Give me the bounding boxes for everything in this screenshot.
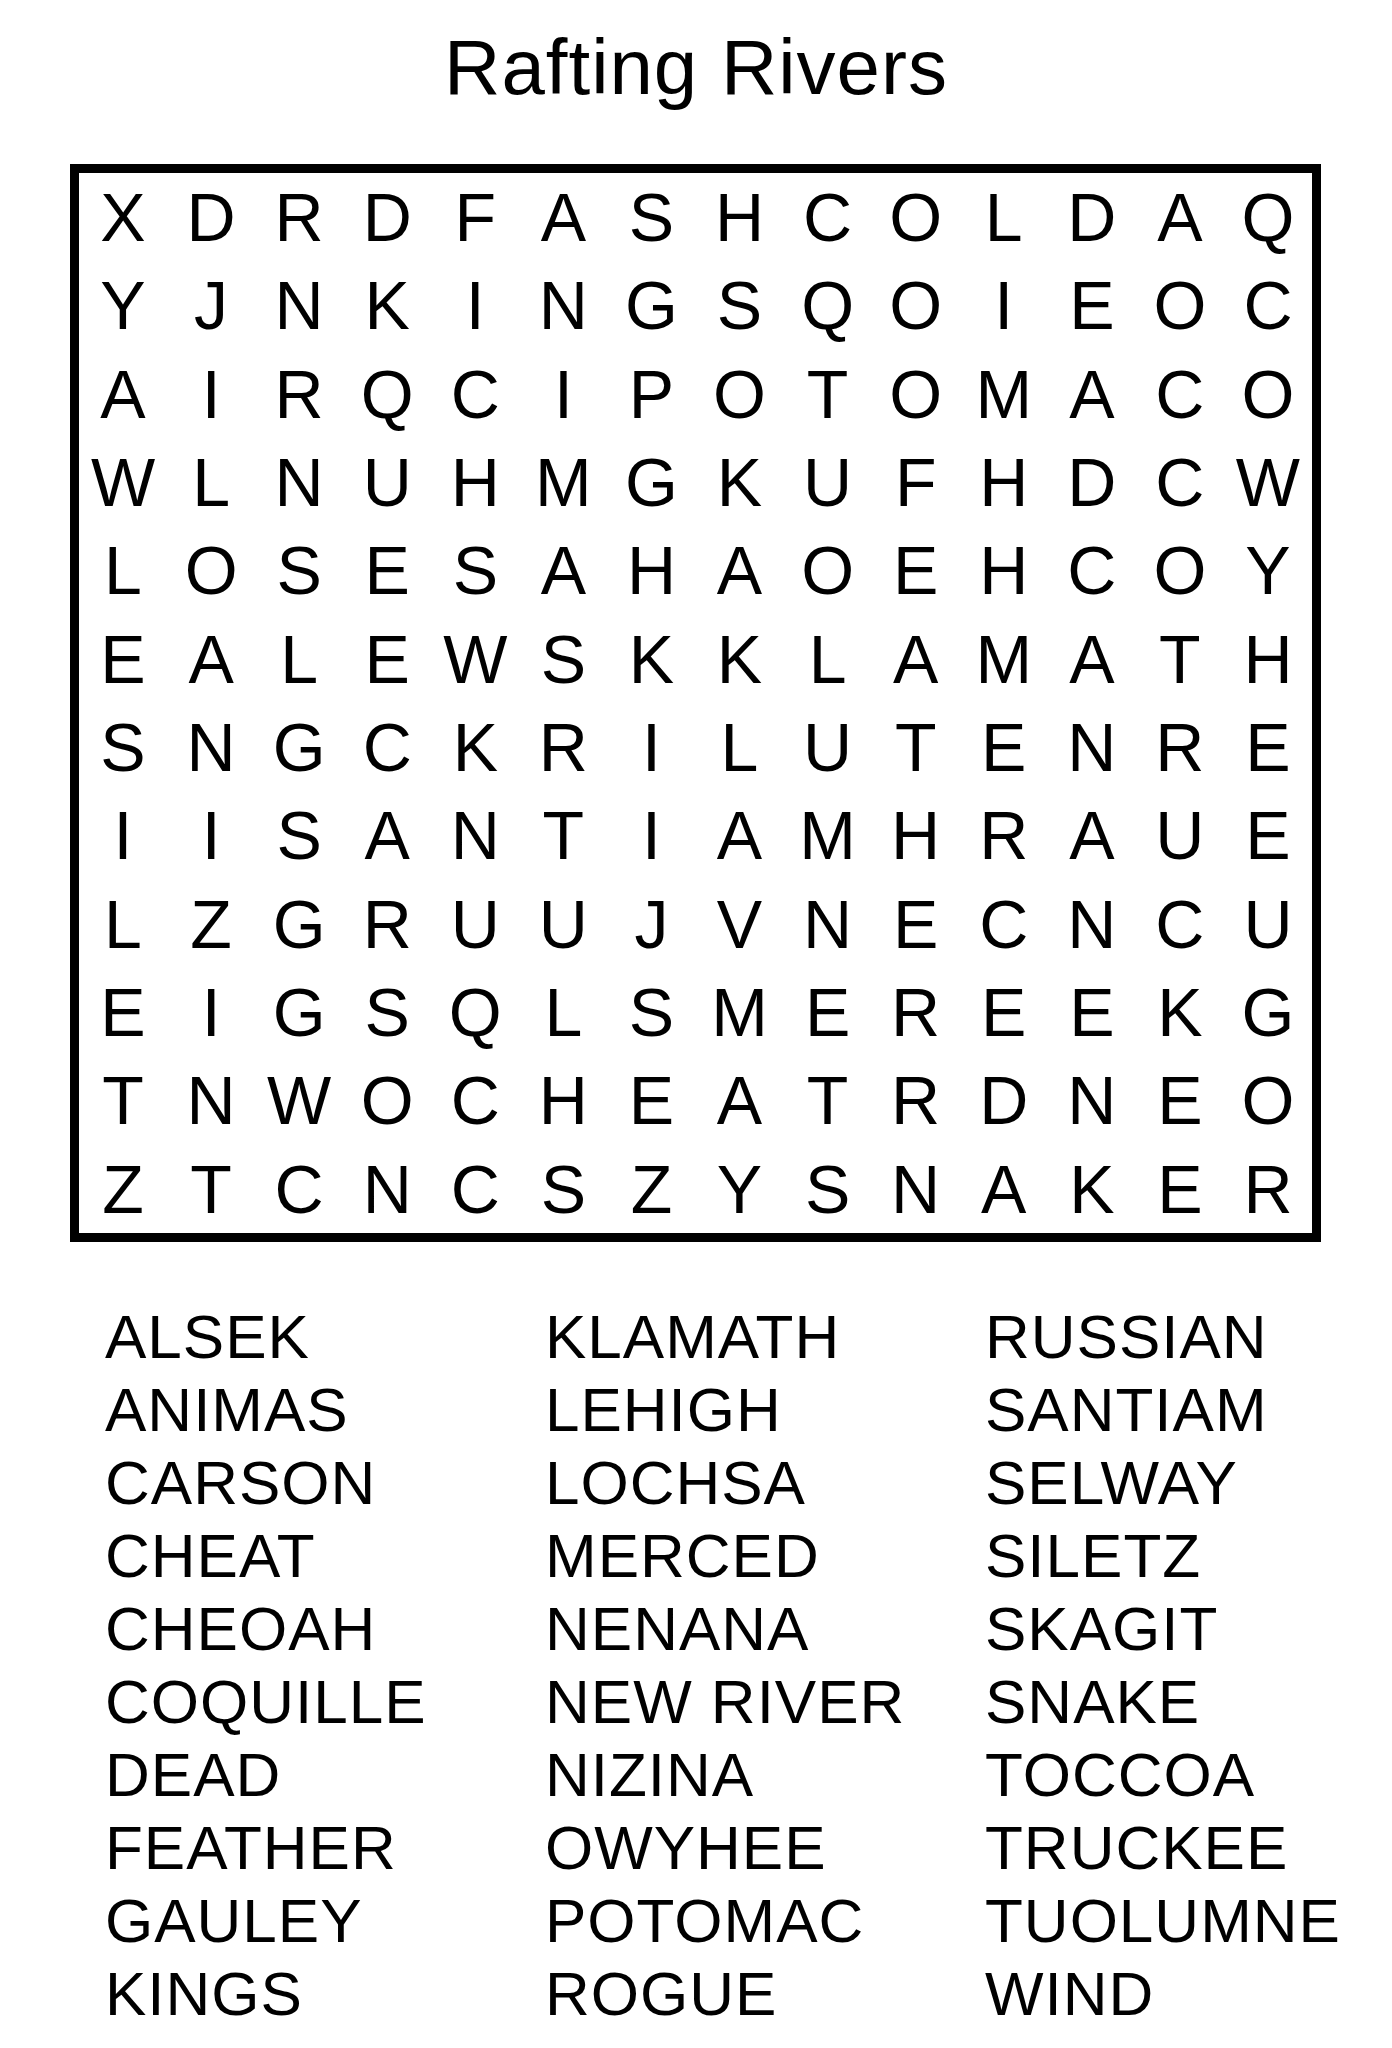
grid-cell-r9-c3[interactable]: G: [255, 880, 343, 968]
grid-cell-r10-c3[interactable]: G: [255, 968, 343, 1056]
grid-cell-r10-c4[interactable]: S: [343, 968, 431, 1056]
grid-cell-r9-c1[interactable]: L: [79, 880, 167, 968]
grid-cell-r12-c6[interactable]: S: [519, 1145, 607, 1233]
word-wind[interactable]: WIND: [985, 1957, 1392, 2030]
word-klamath[interactable]: KLAMATH: [545, 1300, 985, 1373]
grid-cell-r2-c7[interactable]: G: [607, 261, 695, 349]
grid-cell-r3-c8[interactable]: O: [695, 350, 783, 438]
grid-cell-r4-c1[interactable]: W: [79, 438, 167, 526]
word-dead[interactable]: DEAD: [105, 1738, 545, 1811]
grid-cell-r7-c3[interactable]: G: [255, 703, 343, 791]
grid-cell-r8-c5[interactable]: N: [431, 791, 519, 879]
word-list-column-2: KLAMATHLEHIGHLOCHSAMERCEDNENANANEW RIVER…: [545, 1300, 985, 2030]
grid-cell-r7-c11[interactable]: E: [960, 703, 1048, 791]
grid-cell-r4-c14[interactable]: W: [1224, 438, 1312, 526]
grid-cell-r1-c10[interactable]: O: [872, 173, 960, 261]
grid-cell-r5-c8[interactable]: A: [695, 526, 783, 614]
grid-cell-r11-c8[interactable]: A: [695, 1056, 783, 1144]
word-toccoa[interactable]: TOCCOA: [985, 1738, 1392, 1811]
grid-cell-r11-c14[interactable]: O: [1224, 1056, 1312, 1144]
grid-cell-r9-c6[interactable]: U: [519, 880, 607, 968]
word-skagit[interactable]: SKAGIT: [985, 1592, 1392, 1665]
grid-cell-r6-c11[interactable]: M: [960, 615, 1048, 703]
grid-cell-r5-c3[interactable]: S: [255, 526, 343, 614]
grid-cell-r12-c7[interactable]: Z: [607, 1145, 695, 1233]
grid-cell-r9-c11[interactable]: C: [960, 880, 1048, 968]
grid-cell-r4-c11[interactable]: H: [960, 438, 1048, 526]
grid-cell-r2-c12[interactable]: E: [1048, 261, 1136, 349]
grid-cell-r9-c12[interactable]: N: [1048, 880, 1136, 968]
grid-cell-r11-c2[interactable]: N: [167, 1056, 255, 1144]
puzzle-title: Rafting Rivers: [0, 22, 1392, 113]
grid-cell-r3-c5[interactable]: C: [431, 350, 519, 438]
grid-cell-r11-c1[interactable]: T: [79, 1056, 167, 1144]
grid-cell-r6-c10[interactable]: A: [872, 615, 960, 703]
grid-cell-r1-c11[interactable]: L: [960, 173, 1048, 261]
grid-cell-r9-c4[interactable]: R: [343, 880, 431, 968]
grid-cell-r6-c12[interactable]: A: [1048, 615, 1136, 703]
word-gauley[interactable]: GAULEY: [105, 1884, 545, 1957]
grid-cell-r2-c13[interactable]: O: [1136, 261, 1224, 349]
grid-cell-r1-c13[interactable]: A: [1136, 173, 1224, 261]
grid-cell-r1-c9[interactable]: C: [784, 173, 872, 261]
word-carson[interactable]: CARSON: [105, 1446, 545, 1519]
grid-cell-r10-c2[interactable]: I: [167, 968, 255, 1056]
grid-cell-r3-c13[interactable]: C: [1136, 350, 1224, 438]
grid-cell-r9-c13[interactable]: C: [1136, 880, 1224, 968]
word-cheoah[interactable]: CHEOAH: [105, 1592, 545, 1665]
grid-cell-r2-c11[interactable]: I: [960, 261, 1048, 349]
grid-cell-r3-c14[interactable]: O: [1224, 350, 1312, 438]
grid-cell-r11-c12[interactable]: N: [1048, 1056, 1136, 1144]
grid-cell-r12-c2[interactable]: T: [167, 1145, 255, 1233]
word-kings[interactable]: KINGS: [105, 1957, 545, 2030]
grid-cell-r11-c5[interactable]: C: [431, 1056, 519, 1144]
grid-cell-r6-c7[interactable]: K: [607, 615, 695, 703]
grid-cell-r4-c4[interactable]: U: [343, 438, 431, 526]
grid-cell-r7-c5[interactable]: K: [431, 703, 519, 791]
grid-cell-r7-c2[interactable]: N: [167, 703, 255, 791]
grid-cell-r5-c12[interactable]: C: [1048, 526, 1136, 614]
word-rogue[interactable]: ROGUE: [545, 1957, 985, 2030]
grid-cell-r6-c9[interactable]: L: [784, 615, 872, 703]
grid-cell-r3-c4[interactable]: Q: [343, 350, 431, 438]
grid-cell-r11-c10[interactable]: R: [872, 1056, 960, 1144]
grid-cell-r11-c9[interactable]: T: [784, 1056, 872, 1144]
grid-cell-r12-c14[interactable]: R: [1224, 1145, 1312, 1233]
grid-cell-r12-c3[interactable]: C: [255, 1145, 343, 1233]
grid-cell-r3-c9[interactable]: T: [784, 350, 872, 438]
grid-cell-r8-c1[interactable]: I: [79, 791, 167, 879]
grid-cell-r6-c1[interactable]: E: [79, 615, 167, 703]
grid-cell-r10-c13[interactable]: K: [1136, 968, 1224, 1056]
grid-cell-r4-c7[interactable]: G: [607, 438, 695, 526]
grid-cell-r5-c6[interactable]: A: [519, 526, 607, 614]
grid-cell-r6-c13[interactable]: T: [1136, 615, 1224, 703]
grid-cell-r12-c1[interactable]: Z: [79, 1145, 167, 1233]
word-selway[interactable]: SELWAY: [985, 1446, 1392, 1519]
word-siletz[interactable]: SILETZ: [985, 1519, 1392, 1592]
grid-cell-r2-c1[interactable]: Y: [79, 261, 167, 349]
grid-cell-r7-c8[interactable]: L: [695, 703, 783, 791]
grid-cell-r1-c8[interactable]: H: [695, 173, 783, 261]
grid-cell-r1-c12[interactable]: D: [1048, 173, 1136, 261]
grid-cell-r11-c13[interactable]: E: [1136, 1056, 1224, 1144]
grid-cell-r7-c7[interactable]: I: [607, 703, 695, 791]
word-lochsa[interactable]: LOCHSA: [545, 1446, 985, 1519]
grid-cell-r12-c9[interactable]: S: [784, 1145, 872, 1233]
grid-cell-r11-c6[interactable]: H: [519, 1056, 607, 1144]
grid-cell-r7-c1[interactable]: S: [79, 703, 167, 791]
grid-cell-r5-c4[interactable]: E: [343, 526, 431, 614]
grid-cell-r6-c8[interactable]: K: [695, 615, 783, 703]
grid-cell-r10-c10[interactable]: R: [872, 968, 960, 1056]
word-merced[interactable]: MERCED: [545, 1519, 985, 1592]
grid-cell-r12-c10[interactable]: N: [872, 1145, 960, 1233]
grid-cell-r8-c2[interactable]: I: [167, 791, 255, 879]
grid-cell-r2-c9[interactable]: Q: [784, 261, 872, 349]
word-list-column-1: ALSEKANIMASCARSONCHEATCHEOAHCOQUILLEDEAD…: [105, 1300, 545, 2030]
grid-cell-r2-c3[interactable]: N: [255, 261, 343, 349]
grid-cell-r11-c4[interactable]: O: [343, 1056, 431, 1144]
grid-cell-r3-c7[interactable]: P: [607, 350, 695, 438]
grid-cell-r12-c8[interactable]: Y: [695, 1145, 783, 1233]
grid-cell-r12-c12[interactable]: K: [1048, 1145, 1136, 1233]
grid-cell-r10-c8[interactable]: M: [695, 968, 783, 1056]
word-new-river[interactable]: NEW RIVER: [545, 1665, 985, 1738]
grid-cell-r4-c8[interactable]: K: [695, 438, 783, 526]
grid-cell-r11-c11[interactable]: D: [960, 1056, 1048, 1144]
word-russian[interactable]: RUSSIAN: [985, 1300, 1392, 1373]
grid-cell-r1-c6[interactable]: A: [519, 173, 607, 261]
grid-cell-r8-c11[interactable]: R: [960, 791, 1048, 879]
word-potomac[interactable]: POTOMAC: [545, 1884, 985, 1957]
grid-cell-r8-c13[interactable]: U: [1136, 791, 1224, 879]
word-truckee[interactable]: TRUCKEE: [985, 1811, 1392, 1884]
grid-cell-r8-c6[interactable]: T: [519, 791, 607, 879]
grid-cell-r2-c14[interactable]: C: [1224, 261, 1312, 349]
grid-cell-r2-c4[interactable]: K: [343, 261, 431, 349]
word-feather[interactable]: FEATHER: [105, 1811, 545, 1884]
grid-cell-r1-c3[interactable]: R: [255, 173, 343, 261]
word-cheat[interactable]: CHEAT: [105, 1519, 545, 1592]
word-list: ALSEKANIMASCARSONCHEATCHEOAHCOQUILLEDEAD…: [105, 1300, 1335, 2030]
grid-cell-r12-c5[interactable]: C: [431, 1145, 519, 1233]
grid-cell-r10-c12[interactable]: E: [1048, 968, 1136, 1056]
grid-cell-r6-c2[interactable]: A: [167, 615, 255, 703]
grid-cell-r6-c4[interactable]: E: [343, 615, 431, 703]
grid-cell-r4-c9[interactable]: U: [784, 438, 872, 526]
grid-cell-r5-c11[interactable]: H: [960, 526, 1048, 614]
grid-cell-r6-c3[interactable]: L: [255, 615, 343, 703]
grid-cell-r10-c7[interactable]: S: [607, 968, 695, 1056]
grid-cell-r8-c3[interactable]: S: [255, 791, 343, 879]
grid-cell-r3-c12[interactable]: A: [1048, 350, 1136, 438]
grid-cell-r7-c10[interactable]: T: [872, 703, 960, 791]
grid-cell-r4-c6[interactable]: M: [519, 438, 607, 526]
grid-cell-r7-c4[interactable]: C: [343, 703, 431, 791]
grid-cell-r4-c12[interactable]: D: [1048, 438, 1136, 526]
grid-cell-r2-c5[interactable]: I: [431, 261, 519, 349]
grid-cell-r8-c8[interactable]: A: [695, 791, 783, 879]
grid-cell-r2-c2[interactable]: J: [167, 261, 255, 349]
word-owyhee[interactable]: OWYHEE: [545, 1811, 985, 1884]
grid-cell-r10-c11[interactable]: E: [960, 968, 1048, 1056]
word-search-page: Rafting Rivers XDRDFASHCOLDAQYJNKINGSQOI…: [0, 0, 1392, 2048]
word-santiam[interactable]: SANTIAM: [985, 1373, 1392, 1446]
word-nizina[interactable]: NIZINA: [545, 1738, 985, 1811]
grid-cell-r1-c7[interactable]: S: [607, 173, 695, 261]
grid-cell-r5-c2[interactable]: O: [167, 526, 255, 614]
grid-cell-r5-c1[interactable]: L: [79, 526, 167, 614]
grid-cell-r9-c9[interactable]: N: [784, 880, 872, 968]
grid-cell-r7-c14[interactable]: E: [1224, 703, 1312, 791]
grid-cell-r7-c13[interactable]: R: [1136, 703, 1224, 791]
word-coquille[interactable]: COQUILLE: [105, 1665, 545, 1738]
grid-cell-r7-c6[interactable]: R: [519, 703, 607, 791]
word-alsek[interactable]: ALSEK: [105, 1300, 545, 1373]
grid-cell-r1-c2[interactable]: D: [167, 173, 255, 261]
grid-cell-r8-c7[interactable]: I: [607, 791, 695, 879]
grid-cell-r2-c6[interactable]: N: [519, 261, 607, 349]
word-search-grid-frame: XDRDFASHCOLDAQYJNKINGSQOIEOCAIRQCIPOTOMA…: [70, 164, 1321, 1242]
grid-cell-r10-c5[interactable]: Q: [431, 968, 519, 1056]
grid-cell-r4-c3[interactable]: N: [255, 438, 343, 526]
letter-grid: XDRDFASHCOLDAQYJNKINGSQOIEOCAIRQCIPOTOMA…: [79, 173, 1312, 1233]
word-snake[interactable]: SNAKE: [985, 1665, 1392, 1738]
grid-cell-r5-c9[interactable]: O: [784, 526, 872, 614]
grid-cell-r9-c10[interactable]: E: [872, 880, 960, 968]
grid-cell-r3-c3[interactable]: R: [255, 350, 343, 438]
word-nenana[interactable]: NENANA: [545, 1592, 985, 1665]
grid-cell-r8-c9[interactable]: M: [784, 791, 872, 879]
grid-cell-r1-c1[interactable]: X: [79, 173, 167, 261]
grid-cell-r9-c14[interactable]: U: [1224, 880, 1312, 968]
word-animas[interactable]: ANIMAS: [105, 1373, 545, 1446]
grid-cell-r5-c7[interactable]: H: [607, 526, 695, 614]
grid-cell-r8-c12[interactable]: A: [1048, 791, 1136, 879]
grid-cell-r3-c1[interactable]: A: [79, 350, 167, 438]
grid-cell-r9-c7[interactable]: J: [607, 880, 695, 968]
grid-cell-r12-c4[interactable]: N: [343, 1145, 431, 1233]
grid-cell-r6-c14[interactable]: H: [1224, 615, 1312, 703]
grid-cell-r3-c6[interactable]: I: [519, 350, 607, 438]
grid-cell-r1-c14[interactable]: Q: [1224, 173, 1312, 261]
grid-cell-r3-c10[interactable]: O: [872, 350, 960, 438]
grid-cell-r9-c8[interactable]: V: [695, 880, 783, 968]
grid-cell-r11-c3[interactable]: W: [255, 1056, 343, 1144]
word-lehigh[interactable]: LEHIGH: [545, 1373, 985, 1446]
grid-cell-r4-c10[interactable]: F: [872, 438, 960, 526]
grid-cell-r8-c10[interactable]: H: [872, 791, 960, 879]
grid-cell-r11-c7[interactable]: E: [607, 1056, 695, 1144]
grid-cell-r5-c14[interactable]: Y: [1224, 526, 1312, 614]
grid-cell-r2-c8[interactable]: S: [695, 261, 783, 349]
grid-cell-r5-c10[interactable]: E: [872, 526, 960, 614]
grid-cell-r1-c5[interactable]: F: [431, 173, 519, 261]
grid-cell-r9-c5[interactable]: U: [431, 880, 519, 968]
grid-cell-r7-c9[interactable]: U: [784, 703, 872, 791]
grid-cell-r5-c5[interactable]: S: [431, 526, 519, 614]
word-tuolumne[interactable]: TUOLUMNE: [985, 1884, 1392, 1957]
grid-cell-r10-c6[interactable]: L: [519, 968, 607, 1056]
grid-cell-r3-c2[interactable]: I: [167, 350, 255, 438]
grid-cell-r8-c14[interactable]: E: [1224, 791, 1312, 879]
word-list-column-3: RUSSIANSANTIAMSELWAYSILETZSKAGITSNAKETOC…: [985, 1300, 1392, 2030]
grid-cell-r12-c13[interactable]: E: [1136, 1145, 1224, 1233]
grid-cell-r12-c11[interactable]: A: [960, 1145, 1048, 1233]
grid-cell-r10-c14[interactable]: G: [1224, 968, 1312, 1056]
grid-cell-r5-c13[interactable]: O: [1136, 526, 1224, 614]
grid-cell-r4-c5[interactable]: H: [431, 438, 519, 526]
grid-cell-r4-c13[interactable]: C: [1136, 438, 1224, 526]
grid-cell-r6-c6[interactable]: S: [519, 615, 607, 703]
grid-cell-r3-c11[interactable]: M: [960, 350, 1048, 438]
grid-cell-r10-c9[interactable]: E: [784, 968, 872, 1056]
grid-cell-r7-c12[interactable]: N: [1048, 703, 1136, 791]
grid-cell-r8-c4[interactable]: A: [343, 791, 431, 879]
grid-cell-r4-c2[interactable]: L: [167, 438, 255, 526]
grid-cell-r10-c1[interactable]: E: [79, 968, 167, 1056]
grid-cell-r2-c10[interactable]: O: [872, 261, 960, 349]
grid-cell-r6-c5[interactable]: W: [431, 615, 519, 703]
grid-cell-r1-c4[interactable]: D: [343, 173, 431, 261]
grid-cell-r9-c2[interactable]: Z: [167, 880, 255, 968]
